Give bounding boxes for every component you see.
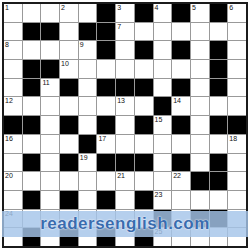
grid-cell[interactable] bbox=[4, 60, 22, 78]
grid-cell[interactable] bbox=[191, 41, 209, 59]
grid-cell[interactable] bbox=[79, 172, 97, 190]
black-cell bbox=[135, 116, 153, 134]
grid-cell[interactable]: 14 bbox=[172, 97, 190, 115]
grid-cell[interactable] bbox=[191, 116, 209, 134]
grid-cell[interactable] bbox=[23, 135, 41, 153]
grid-cell[interactable] bbox=[210, 228, 228, 246]
black-cell bbox=[135, 191, 153, 209]
grid-cell[interactable] bbox=[4, 191, 22, 209]
black-cell bbox=[4, 116, 22, 134]
clue-number: 25 bbox=[155, 228, 163, 236]
grid-cell[interactable]: 7 bbox=[116, 23, 134, 41]
clue-number: 24 bbox=[5, 210, 13, 218]
clue-number: 4 bbox=[155, 4, 159, 12]
grid-cell[interactable] bbox=[228, 79, 246, 97]
grid-cell[interactable] bbox=[41, 172, 59, 190]
black-cell bbox=[23, 191, 41, 209]
black-cell bbox=[172, 79, 190, 97]
grid-cell[interactable] bbox=[154, 172, 172, 190]
grid-cell[interactable]: 25 bbox=[154, 228, 172, 246]
grid-cell[interactable] bbox=[228, 228, 246, 246]
grid-cell[interactable]: 2 bbox=[60, 4, 78, 22]
black-cell bbox=[23, 60, 41, 78]
grid-cell[interactable] bbox=[41, 210, 59, 228]
grid-cell[interactable] bbox=[60, 135, 78, 153]
black-cell bbox=[135, 41, 153, 59]
grid-cell[interactable]: 6 bbox=[228, 4, 246, 22]
clue-number: 11 bbox=[42, 79, 49, 87]
black-cell bbox=[228, 116, 246, 134]
black-cell bbox=[97, 79, 115, 97]
grid-cell[interactable] bbox=[191, 191, 209, 209]
clue-number: 1 bbox=[5, 4, 9, 12]
grid-cell[interactable] bbox=[97, 97, 115, 115]
grid-cell[interactable] bbox=[79, 60, 97, 78]
grid-cell[interactable]: 15 bbox=[154, 116, 172, 134]
black-cell bbox=[191, 172, 209, 190]
clue-number: 16 bbox=[5, 135, 13, 143]
grid-cell[interactable] bbox=[154, 23, 172, 41]
grid-cell[interactable] bbox=[60, 23, 78, 41]
clue-number: 20 bbox=[5, 172, 13, 180]
grid-cell[interactable] bbox=[135, 172, 153, 190]
grid-cell[interactable] bbox=[210, 191, 228, 209]
grid-cell[interactable] bbox=[210, 97, 228, 115]
grid-cell[interactable] bbox=[228, 41, 246, 59]
grid-cell[interactable] bbox=[210, 135, 228, 153]
grid-cell[interactable] bbox=[4, 79, 22, 97]
grid-cell[interactable] bbox=[79, 97, 97, 115]
black-cell bbox=[79, 135, 97, 153]
grid-cell[interactable] bbox=[172, 191, 190, 209]
grid-cell[interactable]: 17 bbox=[97, 135, 115, 153]
grid-cell[interactable] bbox=[41, 97, 59, 115]
clue-number: 21 bbox=[117, 172, 125, 180]
black-cell bbox=[41, 60, 59, 78]
grid-cell[interactable] bbox=[116, 41, 134, 59]
grid-cell[interactable] bbox=[116, 191, 134, 209]
clue-number: 22 bbox=[173, 172, 181, 180]
black-cell bbox=[210, 60, 228, 78]
grid-cell[interactable] bbox=[4, 23, 22, 41]
grid-cell[interactable] bbox=[191, 135, 209, 153]
black-cell bbox=[210, 4, 228, 22]
clue-number: 23 bbox=[155, 191, 163, 199]
clue-number: 3 bbox=[117, 4, 121, 12]
grid-cell[interactable] bbox=[210, 23, 228, 41]
grid-cell[interactable] bbox=[228, 97, 246, 115]
grid-cell[interactable]: 13 bbox=[116, 97, 134, 115]
black-cell bbox=[116, 154, 134, 172]
grid-cell[interactable] bbox=[23, 4, 41, 22]
grid-cell[interactable] bbox=[60, 210, 78, 228]
grid-cell[interactable]: 20 bbox=[4, 172, 22, 190]
clue-number: 5 bbox=[192, 4, 196, 12]
grid-cell[interactable] bbox=[116, 116, 134, 134]
grid-cell[interactable]: 1 bbox=[4, 4, 22, 22]
black-cell bbox=[97, 23, 115, 41]
black-cell bbox=[60, 116, 78, 134]
grid-cell[interactable] bbox=[228, 154, 246, 172]
grid-cell[interactable]: 18 bbox=[228, 135, 246, 153]
grid-cell[interactable] bbox=[172, 60, 190, 78]
black-cell bbox=[97, 228, 115, 246]
clue-number: 10 bbox=[61, 60, 69, 68]
clue-number: 2 bbox=[61, 4, 65, 12]
black-cell bbox=[135, 228, 153, 246]
grid-cell[interactable] bbox=[154, 79, 172, 97]
grid-cell[interactable] bbox=[228, 172, 246, 190]
black-cell bbox=[97, 154, 115, 172]
clue-number: 7 bbox=[117, 23, 121, 31]
grid-cell[interactable] bbox=[228, 60, 246, 78]
grid-cell[interactable] bbox=[41, 116, 59, 134]
grid-cell[interactable] bbox=[172, 23, 190, 41]
black-cell bbox=[60, 228, 78, 246]
clue-number: 13 bbox=[117, 97, 125, 105]
black-cell bbox=[97, 4, 115, 22]
grid-cell[interactable] bbox=[191, 60, 209, 78]
grid-cell[interactable] bbox=[172, 135, 190, 153]
black-cell bbox=[172, 4, 190, 22]
grid-cell[interactable]: 8 bbox=[4, 41, 22, 59]
grid-cell[interactable] bbox=[191, 79, 209, 97]
grid-cell[interactable]: 23 bbox=[154, 191, 172, 209]
grid-cell[interactable] bbox=[97, 60, 115, 78]
black-cell bbox=[135, 4, 153, 22]
grid-cell[interactable] bbox=[154, 41, 172, 59]
grid-cell[interactable] bbox=[228, 23, 246, 41]
grid-cell[interactable] bbox=[135, 135, 153, 153]
black-cell bbox=[154, 97, 172, 115]
grid-cell[interactable] bbox=[79, 191, 97, 209]
black-cell bbox=[60, 191, 78, 209]
grid-cell[interactable]: 10 bbox=[60, 60, 78, 78]
grid-cell[interactable] bbox=[191, 23, 209, 41]
grid-cell[interactable] bbox=[135, 60, 153, 78]
black-cell bbox=[60, 154, 78, 172]
grid-cell[interactable] bbox=[60, 41, 78, 59]
black-cell bbox=[41, 23, 59, 41]
grid-cell[interactable] bbox=[154, 135, 172, 153]
grid-cell[interactable]: 4 bbox=[154, 4, 172, 22]
grid-cell[interactable] bbox=[23, 172, 41, 190]
grid-cell[interactable] bbox=[135, 23, 153, 41]
grid-cell[interactable] bbox=[23, 97, 41, 115]
grid-cell[interactable] bbox=[135, 97, 153, 115]
grid-cell[interactable] bbox=[23, 41, 41, 59]
black-cell bbox=[23, 228, 41, 246]
grid-cell[interactable] bbox=[172, 228, 190, 246]
grid-cell[interactable]: 9 bbox=[79, 41, 97, 59]
grid-cell[interactable] bbox=[41, 4, 59, 22]
grid-cell[interactable] bbox=[116, 210, 134, 228]
grid-cell[interactable] bbox=[116, 135, 134, 153]
grid-cell[interactable]: 12 bbox=[4, 97, 22, 115]
grid-cell[interactable] bbox=[60, 97, 78, 115]
black-cell bbox=[23, 116, 41, 134]
black-cell bbox=[116, 79, 134, 97]
grid-cell[interactable] bbox=[172, 210, 190, 228]
grid-cell[interactable]: 11 bbox=[41, 79, 59, 97]
grid-cell[interactable] bbox=[97, 172, 115, 190]
black-cell bbox=[210, 210, 228, 228]
grid-cell[interactable]: 5 bbox=[191, 4, 209, 22]
grid-cell[interactable] bbox=[79, 79, 97, 97]
black-cell bbox=[79, 23, 97, 41]
grid-cell[interactable]: 22 bbox=[172, 172, 190, 190]
black-cell bbox=[210, 116, 228, 134]
grid-cell[interactable] bbox=[191, 228, 209, 246]
black-cell bbox=[154, 210, 172, 228]
grid-cell[interactable] bbox=[41, 228, 59, 246]
clue-number: 8 bbox=[5, 41, 9, 49]
grid-cell[interactable] bbox=[41, 135, 59, 153]
black-cell bbox=[210, 172, 228, 190]
grid-cell[interactable]: 24 bbox=[4, 210, 22, 228]
grid-cell[interactable] bbox=[116, 228, 134, 246]
grid-cell[interactable] bbox=[79, 4, 97, 22]
grid-cell[interactable] bbox=[116, 60, 134, 78]
grid-cell[interactable] bbox=[135, 210, 153, 228]
grid-cell[interactable] bbox=[191, 97, 209, 115]
grid-cell[interactable] bbox=[228, 210, 246, 228]
grid-cell[interactable] bbox=[79, 210, 97, 228]
grid-cell[interactable] bbox=[41, 191, 59, 209]
black-cell bbox=[23, 23, 41, 41]
black-cell bbox=[172, 154, 190, 172]
grid-cell[interactable]: 21 bbox=[116, 172, 134, 190]
clue-number: 14 bbox=[173, 97, 181, 105]
grid-cell[interactable] bbox=[41, 154, 59, 172]
grid-cell[interactable] bbox=[41, 41, 59, 59]
grid-cell[interactable] bbox=[97, 210, 115, 228]
black-cell bbox=[210, 154, 228, 172]
black-cell bbox=[191, 210, 209, 228]
clue-number: 17 bbox=[98, 135, 106, 143]
black-cell bbox=[97, 41, 115, 59]
clue-number: 15 bbox=[155, 116, 163, 124]
black-cell bbox=[172, 41, 190, 59]
black-cell bbox=[172, 116, 190, 134]
black-cell bbox=[23, 154, 41, 172]
black-cell bbox=[210, 41, 228, 59]
grid-cell[interactable]: 3 bbox=[116, 4, 134, 22]
grid-cell[interactable] bbox=[228, 191, 246, 209]
black-cell bbox=[23, 79, 41, 97]
black-cell bbox=[97, 191, 115, 209]
grid-cell[interactable] bbox=[4, 228, 22, 246]
black-cell bbox=[60, 79, 78, 97]
grid-cell[interactable]: 16 bbox=[4, 135, 22, 153]
clue-number: 9 bbox=[80, 41, 84, 49]
clue-number: 12 bbox=[5, 97, 13, 105]
black-cell bbox=[210, 79, 228, 97]
grid-cell[interactable] bbox=[23, 210, 41, 228]
black-cell bbox=[135, 154, 153, 172]
grid-cell[interactable] bbox=[191, 154, 209, 172]
black-cell bbox=[97, 116, 115, 134]
clue-number: 19 bbox=[80, 154, 88, 162]
grid-cell[interactable] bbox=[79, 116, 97, 134]
clue-number: 6 bbox=[229, 4, 233, 12]
grid-cell[interactable] bbox=[60, 172, 78, 190]
black-cell bbox=[135, 79, 153, 97]
grid-cell[interactable] bbox=[154, 60, 172, 78]
grid-cell[interactable] bbox=[79, 228, 97, 246]
clue-number: 18 bbox=[229, 135, 237, 143]
grid-cell[interactable] bbox=[154, 154, 172, 172]
grid-cell[interactable]: 19 bbox=[79, 154, 97, 172]
crossword-grid: 1234567891011121314151617181920212223242… bbox=[2, 2, 248, 248]
grid-cell[interactable] bbox=[4, 154, 22, 172]
